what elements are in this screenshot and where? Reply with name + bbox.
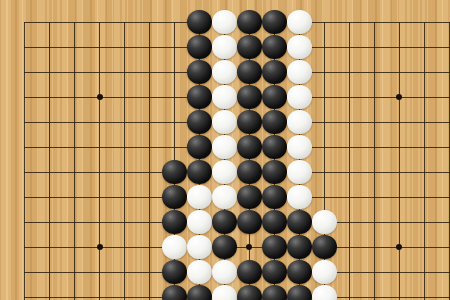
black-stone [287,260,312,285]
white-stone [212,85,237,110]
black-stone [162,260,187,285]
white-stone [312,285,337,300]
black-stone [237,135,262,160]
white-stone [212,110,237,135]
black-stone [262,260,287,285]
black-stone [187,285,212,300]
white-stone [312,260,337,285]
white-stone [187,235,212,260]
black-stone [287,285,312,300]
black-stone [237,35,262,60]
grid-line-vertical [399,22,400,300]
grid-line-vertical [24,22,25,300]
black-stone [262,35,287,60]
grid-line-vertical [74,22,75,300]
black-stone [162,185,187,210]
white-stone [287,35,312,60]
white-stone [212,135,237,160]
black-stone [187,160,212,185]
white-stone [212,285,237,300]
black-stone [212,210,237,235]
go-board[interactable] [0,0,450,300]
white-stone [287,85,312,110]
black-stone [287,210,312,235]
black-stone [262,110,287,135]
white-stone [212,185,237,210]
grid-line-vertical [424,22,425,300]
black-stone [212,235,237,260]
white-stone [187,260,212,285]
black-stone [262,160,287,185]
star-point [246,244,252,250]
white-stone [212,160,237,185]
white-stone [212,10,237,35]
white-stone [287,135,312,160]
grid-line-vertical [449,22,450,300]
black-stone [237,185,262,210]
grid-line-vertical [49,22,50,300]
grid-line-vertical [99,22,100,300]
black-stone [187,85,212,110]
black-stone [187,35,212,60]
white-stone [212,260,237,285]
star-point [396,244,402,250]
white-stone [287,60,312,85]
black-stone [262,10,287,35]
black-stone [287,235,312,260]
white-stone [287,160,312,185]
black-stone [262,235,287,260]
black-stone [162,285,187,300]
star-point [97,94,103,100]
black-stone [262,135,287,160]
black-stone [262,185,287,210]
white-stone [212,35,237,60]
black-stone [237,10,262,35]
white-stone [287,185,312,210]
black-stone [237,260,262,285]
black-stone [237,60,262,85]
black-stone [262,60,287,85]
white-stone [287,110,312,135]
black-stone [237,160,262,185]
black-stone [262,285,287,300]
black-stone [237,285,262,300]
black-stone [237,210,262,235]
white-stone [162,235,187,260]
black-stone [187,10,212,35]
grid-line-vertical [349,22,350,300]
white-stone [187,185,212,210]
grid-line-vertical [124,22,125,300]
black-stone [262,85,287,110]
white-stone [212,60,237,85]
star-point [97,244,103,250]
black-stone [262,210,287,235]
white-stone [287,10,312,35]
grid-line-vertical [374,22,375,300]
grid-line-horizontal [24,247,450,248]
black-stone [237,110,262,135]
grid-line-vertical [149,22,150,300]
white-stone [312,210,337,235]
black-stone [187,135,212,160]
black-stone [162,160,187,185]
black-stone [312,235,337,260]
star-point [396,94,402,100]
black-stone [162,210,187,235]
white-stone [187,210,212,235]
black-stone [237,85,262,110]
black-stone [187,60,212,85]
black-stone [187,110,212,135]
